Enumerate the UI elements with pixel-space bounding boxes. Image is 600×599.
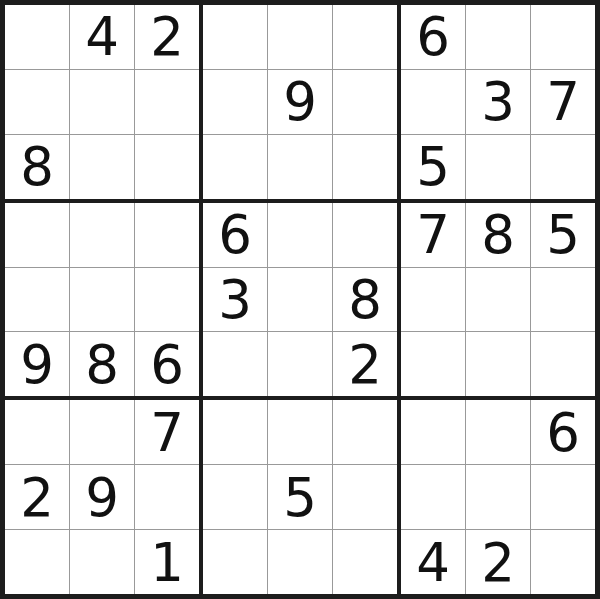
cell-r9c5[interactable] [268, 530, 332, 594]
cell-r4c1[interactable] [5, 203, 69, 267]
cell-r2c1[interactable] [5, 70, 69, 134]
cell-r4c6[interactable] [333, 203, 397, 267]
sudoku-box-1: 428 [5, 5, 199, 199]
cell-r5c5[interactable] [268, 268, 332, 332]
cell-r2c4[interactable] [203, 70, 267, 134]
cell-r3c9[interactable] [531, 135, 595, 199]
cell-r5c8[interactable] [466, 268, 530, 332]
cell-r3c4[interactable] [203, 135, 267, 199]
cell-r9c3[interactable]: 1 [135, 530, 199, 594]
cell-r7c6[interactable] [333, 400, 397, 464]
cell-r8c3[interactable] [135, 465, 199, 529]
cell-r9c9[interactable] [531, 530, 595, 594]
cell-r8c2[interactable]: 9 [70, 465, 134, 529]
cell-r4c8[interactable]: 8 [466, 203, 530, 267]
cell-r4c3[interactable] [135, 203, 199, 267]
cell-r3c8[interactable] [466, 135, 530, 199]
sudoku-box-9: 642 [401, 400, 595, 594]
cell-r4c2[interactable] [70, 203, 134, 267]
cell-r3c1[interactable]: 8 [5, 135, 69, 199]
cell-r1c8[interactable] [466, 5, 530, 69]
cell-r6c4[interactable] [203, 332, 267, 396]
cell-r5c1[interactable] [5, 268, 69, 332]
cell-r3c7[interactable]: 5 [401, 135, 465, 199]
cell-r2c5[interactable]: 9 [268, 70, 332, 134]
cell-r5c6[interactable]: 8 [333, 268, 397, 332]
cell-r3c6[interactable] [333, 135, 397, 199]
cell-r2c8[interactable]: 3 [466, 70, 530, 134]
cell-r8c8[interactable] [466, 465, 530, 529]
sudoku-box-3: 6375 [401, 5, 595, 199]
cell-r3c3[interactable] [135, 135, 199, 199]
cell-r5c4[interactable]: 3 [203, 268, 267, 332]
cell-r7c4[interactable] [203, 400, 267, 464]
cell-r2c2[interactable] [70, 70, 134, 134]
cell-r6c3[interactable]: 6 [135, 332, 199, 396]
sudoku-box-4: 986 [5, 203, 199, 397]
cell-r9c7[interactable]: 4 [401, 530, 465, 594]
cell-r1c1[interactable] [5, 5, 69, 69]
sudoku-box-7: 7291 [5, 400, 199, 594]
cell-r5c3[interactable] [135, 268, 199, 332]
cell-r6c8[interactable] [466, 332, 530, 396]
cell-r8c9[interactable] [531, 465, 595, 529]
cell-r3c2[interactable] [70, 135, 134, 199]
cell-r7c2[interactable] [70, 400, 134, 464]
cell-r7c9[interactable]: 6 [531, 400, 595, 464]
cell-r9c4[interactable] [203, 530, 267, 594]
cell-r9c6[interactable] [333, 530, 397, 594]
sudoku-box-5: 6382 [203, 203, 397, 397]
cell-r5c7[interactable] [401, 268, 465, 332]
cell-r6c5[interactable] [268, 332, 332, 396]
sudoku-box-8: 5 [203, 400, 397, 594]
cell-r6c1[interactable]: 9 [5, 332, 69, 396]
cell-r2c6[interactable] [333, 70, 397, 134]
cell-r6c7[interactable] [401, 332, 465, 396]
cell-r6c2[interactable]: 8 [70, 332, 134, 396]
cell-r4c7[interactable]: 7 [401, 203, 465, 267]
cell-r1c9[interactable] [531, 5, 595, 69]
cell-r1c5[interactable] [268, 5, 332, 69]
cell-r6c9[interactable] [531, 332, 595, 396]
sudoku-board: 42896375986638278572915642 [0, 0, 600, 599]
cell-r2c7[interactable] [401, 70, 465, 134]
cell-r5c2[interactable] [70, 268, 134, 332]
cell-r8c5[interactable]: 5 [268, 465, 332, 529]
cell-r9c1[interactable] [5, 530, 69, 594]
cell-r1c6[interactable] [333, 5, 397, 69]
cell-r1c7[interactable]: 6 [401, 5, 465, 69]
cell-r1c4[interactable] [203, 5, 267, 69]
cell-r8c4[interactable] [203, 465, 267, 529]
cell-r2c9[interactable]: 7 [531, 70, 595, 134]
cell-r4c4[interactable]: 6 [203, 203, 267, 267]
cell-r7c5[interactable] [268, 400, 332, 464]
cell-r9c8[interactable]: 2 [466, 530, 530, 594]
cell-r8c7[interactable] [401, 465, 465, 529]
cell-r3c5[interactable] [268, 135, 332, 199]
cell-r6c6[interactable]: 2 [333, 332, 397, 396]
cell-r9c2[interactable] [70, 530, 134, 594]
cell-r4c5[interactable] [268, 203, 332, 267]
cell-r4c9[interactable]: 5 [531, 203, 595, 267]
cell-r8c6[interactable] [333, 465, 397, 529]
cell-r7c3[interactable]: 7 [135, 400, 199, 464]
cell-r5c9[interactable] [531, 268, 595, 332]
cell-r7c7[interactable] [401, 400, 465, 464]
cell-r7c8[interactable] [466, 400, 530, 464]
cell-r8c1[interactable]: 2 [5, 465, 69, 529]
sudoku-box-2: 9 [203, 5, 397, 199]
cell-r1c3[interactable]: 2 [135, 5, 199, 69]
cell-r7c1[interactable] [5, 400, 69, 464]
cell-r1c2[interactable]: 4 [70, 5, 134, 69]
cell-r2c3[interactable] [135, 70, 199, 134]
sudoku-box-6: 785 [401, 203, 595, 397]
